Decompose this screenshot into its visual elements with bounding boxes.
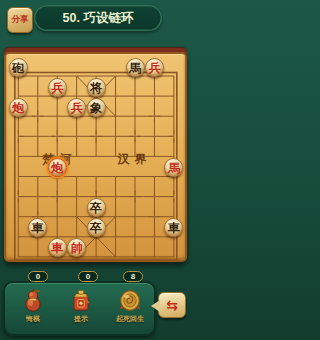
- gourd-icon: [20, 287, 46, 313]
- piece-black-卒-5-8[interactable]: 卒: [87, 198, 106, 217]
- panel-tail: [151, 300, 160, 312]
- piece-black-象-5-3[interactable]: 象: [87, 98, 106, 117]
- revive-count-badge: 8: [123, 271, 143, 282]
- piece-red-兵-8-1[interactable]: 兵: [145, 58, 164, 77]
- piece-red-兵-3-2[interactable]: 兵: [48, 78, 67, 97]
- piece-red-車-3-10[interactable]: 車: [48, 238, 67, 257]
- piece-black-将-5-2[interactable]: 将: [87, 78, 106, 97]
- swap-sides-button[interactable]: ⇆: [158, 292, 186, 318]
- revive-button[interactable]: 起死回生: [108, 287, 152, 324]
- hint-label: 提示: [59, 314, 103, 324]
- xiangqi-board[interactable]: 楚河 汉界 砲馬兵兵将炮兵象炮馬卒車卒車車帥: [4, 52, 187, 262]
- undo-label: 悔棋: [11, 314, 55, 324]
- river-label-right: 汉界: [108, 151, 156, 168]
- share-button[interactable]: 分享: [7, 7, 33, 33]
- hint-count-badge: 0: [78, 271, 98, 282]
- piece-black-砲-1-1[interactable]: 砲: [9, 58, 28, 77]
- piece-red-兵-4-3[interactable]: 兵: [67, 98, 86, 117]
- piece-red-炮-3-6[interactable]: 炮: [48, 158, 67, 177]
- puzzle-title: 50. 巧设链环: [34, 5, 162, 31]
- revive-label: 起死回生: [108, 314, 152, 324]
- hint-button[interactable]: 提示: [59, 287, 103, 324]
- pouch-icon: [68, 287, 94, 313]
- piece-black-卒-5-9[interactable]: 卒: [87, 218, 106, 237]
- piece-red-炮-1-3[interactable]: 炮: [9, 98, 28, 117]
- undo-button[interactable]: 悔棋: [11, 287, 55, 324]
- piece-black-馬-7-1[interactable]: 馬: [126, 58, 145, 77]
- undo-count-badge: 0: [28, 271, 48, 282]
- medal-icon: [117, 287, 143, 313]
